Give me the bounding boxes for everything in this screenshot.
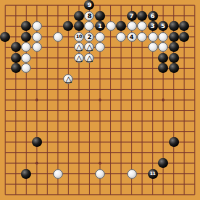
stone-white bbox=[137, 32, 147, 42]
move-number-label: 2 bbox=[87, 32, 91, 42]
stone-black: 11 bbox=[148, 169, 158, 179]
move-number-label: 3 bbox=[151, 21, 155, 31]
stone-white: △ bbox=[74, 42, 84, 52]
stones-layer: 98761351024△△△△△11 bbox=[0, 0, 200, 200]
stone-black bbox=[21, 169, 31, 179]
move-number-label: 4 bbox=[129, 32, 133, 42]
triangle-mark: △ bbox=[65, 74, 72, 84]
stone-white bbox=[116, 32, 126, 42]
stone-white bbox=[158, 32, 168, 42]
stone-black bbox=[74, 21, 84, 31]
stone-black: 3 bbox=[148, 21, 158, 31]
stone-black bbox=[179, 21, 189, 31]
stone-white: △ bbox=[63, 74, 73, 84]
stone-white bbox=[32, 21, 42, 31]
move-number-label: 5 bbox=[161, 21, 165, 31]
stone-black bbox=[21, 21, 31, 31]
stone-white bbox=[95, 32, 105, 42]
stone-black bbox=[169, 42, 179, 52]
move-number-label: 10 bbox=[76, 32, 82, 42]
stone-black bbox=[11, 53, 21, 63]
stone-white bbox=[95, 42, 105, 52]
triangle-mark: △ bbox=[86, 52, 93, 62]
stone-black: 5 bbox=[158, 21, 168, 31]
go-board[interactable]: 98761351024△△△△△11 bbox=[0, 0, 200, 200]
stone-black bbox=[169, 53, 179, 63]
stone-black bbox=[158, 63, 168, 73]
stone-black bbox=[0, 32, 10, 42]
move-number-label: 11 bbox=[150, 169, 156, 179]
stone-white: 4 bbox=[127, 32, 137, 42]
move-number-label: 1 bbox=[98, 21, 102, 31]
stone-white bbox=[21, 63, 31, 73]
stone-white bbox=[127, 169, 137, 179]
stone-black bbox=[158, 158, 168, 168]
stone-black bbox=[74, 11, 84, 21]
stone-white bbox=[148, 42, 158, 52]
stone-black bbox=[11, 42, 21, 52]
stone-black bbox=[169, 32, 179, 42]
move-number-label: 7 bbox=[129, 11, 133, 21]
triangle-mark: △ bbox=[86, 42, 93, 52]
stone-black: 7 bbox=[127, 11, 137, 21]
stone-white bbox=[106, 21, 116, 31]
move-number-label: 8 bbox=[87, 11, 91, 21]
stone-white bbox=[158, 42, 168, 52]
stone-black: 1 bbox=[95, 21, 105, 31]
stone-white: △ bbox=[84, 42, 94, 52]
stone-white bbox=[137, 21, 147, 31]
move-number-label: 9 bbox=[87, 0, 91, 10]
stone-black bbox=[63, 21, 73, 31]
stone-white bbox=[21, 42, 31, 52]
stone-black bbox=[137, 11, 147, 21]
stone-white bbox=[32, 32, 42, 42]
stone-black bbox=[169, 63, 179, 73]
stone-white bbox=[21, 53, 31, 63]
stone-black: 6 bbox=[148, 11, 158, 21]
stone-white bbox=[53, 32, 63, 42]
stone-white bbox=[95, 169, 105, 179]
stone-white: △ bbox=[74, 53, 84, 63]
stone-black bbox=[11, 63, 21, 73]
stone-black bbox=[169, 21, 179, 31]
stone-white: 2 bbox=[84, 32, 94, 42]
triangle-mark: △ bbox=[76, 42, 83, 52]
stone-black bbox=[179, 32, 189, 42]
stone-black bbox=[116, 21, 126, 31]
stone-black bbox=[21, 32, 31, 42]
stone-white bbox=[32, 42, 42, 52]
move-number-label: 6 bbox=[151, 11, 155, 21]
stone-white: 8 bbox=[84, 11, 94, 21]
stone-white bbox=[127, 21, 137, 31]
stone-black bbox=[95, 11, 105, 21]
stone-black bbox=[158, 53, 168, 63]
stone-white bbox=[148, 32, 158, 42]
stone-white: △ bbox=[84, 53, 94, 63]
triangle-mark: △ bbox=[76, 52, 83, 62]
stone-black bbox=[32, 137, 42, 147]
stone-white bbox=[84, 21, 94, 31]
stone-black: 9 bbox=[84, 0, 94, 10]
stone-white: 10 bbox=[74, 32, 84, 42]
stone-white bbox=[53, 169, 63, 179]
stone-black bbox=[169, 137, 179, 147]
